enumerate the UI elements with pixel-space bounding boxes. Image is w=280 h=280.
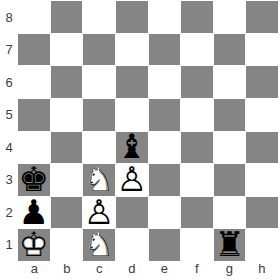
square-e7[interactable] xyxy=(149,34,181,66)
square-h4[interactable] xyxy=(246,132,278,164)
file-label-c: c xyxy=(83,261,116,280)
rank-label-1: 1 xyxy=(0,229,18,262)
piece-white-pawn[interactable]: ♟♙ xyxy=(116,162,146,196)
rank-label-3: 3 xyxy=(0,164,18,197)
square-f5[interactable] xyxy=(181,99,213,131)
square-b5[interactable] xyxy=(51,99,83,131)
black-rook-glyph: ♜ xyxy=(214,224,244,264)
square-c1[interactable]: ♞♘ xyxy=(83,229,115,261)
square-e3[interactable] xyxy=(149,164,181,196)
square-c5[interactable] xyxy=(83,99,115,131)
chess-board: ♝♚♞♘♟♙♟♟♙♚♔♞♘♜ xyxy=(18,1,278,261)
square-a8[interactable] xyxy=(18,1,50,33)
rank-label-7: 7 xyxy=(0,34,18,67)
file-label-g: g xyxy=(213,261,246,280)
square-f4[interactable] xyxy=(181,132,213,164)
square-c6[interactable] xyxy=(83,66,115,98)
square-f1[interactable] xyxy=(181,229,213,261)
rank-label-8: 8 xyxy=(0,1,18,34)
square-a6[interactable] xyxy=(18,66,50,98)
square-g6[interactable] xyxy=(214,66,246,98)
square-c8[interactable] xyxy=(83,1,115,33)
file-label-e: e xyxy=(148,261,181,280)
square-f2[interactable] xyxy=(181,197,213,229)
square-g3[interactable] xyxy=(214,164,246,196)
file-labels: abcdefgh xyxy=(18,261,278,280)
square-d3[interactable]: ♟♙ xyxy=(116,164,148,196)
rank-label-6: 6 xyxy=(0,66,18,99)
rank-label-5: 5 xyxy=(0,99,18,132)
square-b8[interactable] xyxy=(51,1,83,33)
square-e8[interactable] xyxy=(149,1,181,33)
piece-white-knight[interactable]: ♞♘ xyxy=(84,227,114,261)
rank-label-4: 4 xyxy=(0,131,18,164)
white-knight-glyph: ♘ xyxy=(84,224,114,264)
square-b1[interactable] xyxy=(51,229,83,261)
rank-label-2: 2 xyxy=(0,196,18,229)
square-b2[interactable] xyxy=(51,197,83,229)
square-d2[interactable] xyxy=(116,197,148,229)
square-g7[interactable] xyxy=(214,34,246,66)
file-label-f: f xyxy=(181,261,214,280)
square-g5[interactable] xyxy=(214,99,246,131)
square-h2[interactable] xyxy=(246,197,278,229)
square-d7[interactable] xyxy=(116,34,148,66)
square-e4[interactable] xyxy=(149,132,181,164)
square-f7[interactable] xyxy=(181,34,213,66)
square-h7[interactable] xyxy=(246,34,278,66)
white-king-glyph: ♔ xyxy=(19,224,49,264)
chess-diagram: 87654321 ♝♚♞♘♟♙♟♟♙♚♔♞♘♜ abcdefgh xyxy=(0,0,280,280)
white-pawn-glyph: ♙ xyxy=(116,159,146,199)
rank-labels: 87654321 xyxy=(0,1,18,261)
square-f3[interactable] xyxy=(181,164,213,196)
file-label-b: b xyxy=(51,261,84,280)
square-b3[interactable] xyxy=(51,164,83,196)
square-h3[interactable] xyxy=(246,164,278,196)
square-h8[interactable] xyxy=(246,1,278,33)
square-c7[interactable] xyxy=(83,34,115,66)
square-h1[interactable] xyxy=(246,229,278,261)
file-label-h: h xyxy=(246,261,279,280)
square-d8[interactable] xyxy=(116,1,148,33)
square-f8[interactable] xyxy=(181,1,213,33)
piece-black-rook[interactable]: ♜ xyxy=(214,227,244,261)
square-a5[interactable] xyxy=(18,99,50,131)
square-a1[interactable]: ♚♔ xyxy=(18,229,50,261)
square-g4[interactable] xyxy=(214,132,246,164)
square-d1[interactable] xyxy=(116,229,148,261)
square-h5[interactable] xyxy=(246,99,278,131)
square-e1[interactable] xyxy=(149,229,181,261)
square-g8[interactable] xyxy=(214,1,246,33)
square-b6[interactable] xyxy=(51,66,83,98)
square-h6[interactable] xyxy=(246,66,278,98)
square-b4[interactable] xyxy=(51,132,83,164)
square-f6[interactable] xyxy=(181,66,213,98)
file-label-d: d xyxy=(116,261,149,280)
square-e5[interactable] xyxy=(149,99,181,131)
piece-white-king[interactable]: ♚♔ xyxy=(19,227,49,261)
file-label-a: a xyxy=(18,261,51,280)
square-e6[interactable] xyxy=(149,66,181,98)
square-d6[interactable] xyxy=(116,66,148,98)
square-b7[interactable] xyxy=(51,34,83,66)
square-g1[interactable]: ♜ xyxy=(214,229,246,261)
square-e2[interactable] xyxy=(149,197,181,229)
square-a7[interactable] xyxy=(18,34,50,66)
